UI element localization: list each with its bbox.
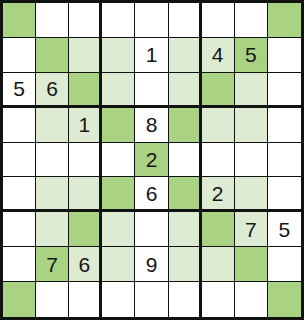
cell-r8c4[interactable] (102, 247, 135, 282)
cell-r4c4[interactable] (102, 108, 135, 143)
cell-r7c2[interactable] (36, 212, 69, 247)
cell-r4c8[interactable] (235, 108, 268, 143)
cell-r3c2[interactable]: 6 (36, 73, 69, 108)
cell-r2c8[interactable]: 5 (235, 38, 268, 73)
cell-r3c6[interactable] (169, 73, 202, 108)
cell-r7c5[interactable] (135, 212, 168, 247)
cell-r1c9[interactable] (268, 3, 301, 38)
cell-r2c3[interactable] (69, 38, 102, 73)
cell-r9c8[interactable] (235, 282, 268, 317)
cell-r4c1[interactable] (3, 108, 36, 143)
cell-r2c7[interactable]: 4 (202, 38, 235, 73)
cell-r8c2[interactable]: 7 (36, 247, 69, 282)
cell-r8c8[interactable] (235, 247, 268, 282)
cell-r7c9[interactable]: 5 (268, 212, 301, 247)
cell-r3c5[interactable] (135, 73, 168, 108)
cell-r5c1[interactable] (3, 143, 36, 178)
cell-r9c7[interactable] (202, 282, 235, 317)
cell-r6c5[interactable]: 6 (135, 177, 168, 212)
cell-r8c1[interactable] (3, 247, 36, 282)
cell-r2c1[interactable] (3, 38, 36, 73)
cell-r3c3[interactable] (69, 73, 102, 108)
cell-r3c9[interactable] (268, 73, 301, 108)
cell-r3c1[interactable]: 5 (3, 73, 36, 108)
cell-r5c2[interactable] (36, 143, 69, 178)
cell-r8c7[interactable] (202, 247, 235, 282)
cell-r6c1[interactable] (3, 177, 36, 212)
cell-r7c6[interactable] (169, 212, 202, 247)
cell-r7c8[interactable]: 7 (235, 212, 268, 247)
cell-r9c2[interactable] (36, 282, 69, 317)
cell-r1c5[interactable] (135, 3, 168, 38)
cell-r7c1[interactable] (3, 212, 36, 247)
cell-r6c2[interactable] (36, 177, 69, 212)
cell-r1c7[interactable] (202, 3, 235, 38)
cell-r1c1[interactable] (3, 3, 36, 38)
cell-r2c9[interactable] (268, 38, 301, 73)
cell-r4c9[interactable] (268, 108, 301, 143)
cell-r4c6[interactable] (169, 108, 202, 143)
cell-r3c4[interactable] (102, 73, 135, 108)
cell-r5c9[interactable] (268, 143, 301, 178)
cell-r8c5[interactable]: 9 (135, 247, 168, 282)
cell-r6c4[interactable] (102, 177, 135, 212)
cell-r2c6[interactable] (169, 38, 202, 73)
cell-r5c7[interactable] (202, 143, 235, 178)
cell-r5c8[interactable] (235, 143, 268, 178)
cell-r5c5[interactable]: 2 (135, 143, 168, 178)
cell-r9c9[interactable] (268, 282, 301, 317)
cell-r7c3[interactable] (69, 212, 102, 247)
cell-r6c8[interactable] (235, 177, 268, 212)
cell-r6c7[interactable]: 2 (202, 177, 235, 212)
cell-r5c4[interactable] (102, 143, 135, 178)
cell-r6c6[interactable] (169, 177, 202, 212)
cell-r4c3[interactable]: 1 (69, 108, 102, 143)
cell-r5c3[interactable] (69, 143, 102, 178)
cell-r5c6[interactable] (169, 143, 202, 178)
cell-r8c6[interactable] (169, 247, 202, 282)
cell-r1c4[interactable] (102, 3, 135, 38)
cell-r1c6[interactable] (169, 3, 202, 38)
cell-r3c8[interactable] (235, 73, 268, 108)
cell-r3c7[interactable] (202, 73, 235, 108)
cell-r1c2[interactable] (36, 3, 69, 38)
cell-r8c9[interactable] (268, 247, 301, 282)
sudoku-board: 145561826275769 (0, 0, 304, 320)
cell-r9c4[interactable] (102, 282, 135, 317)
cell-r9c5[interactable] (135, 282, 168, 317)
cell-r9c6[interactable] (169, 282, 202, 317)
cell-r2c4[interactable] (102, 38, 135, 73)
cell-r1c8[interactable] (235, 3, 268, 38)
cell-r7c7[interactable] (202, 212, 235, 247)
cell-r4c2[interactable] (36, 108, 69, 143)
cell-r8c3[interactable]: 6 (69, 247, 102, 282)
cell-r6c3[interactable] (69, 177, 102, 212)
cell-r7c4[interactable] (102, 212, 135, 247)
cell-r9c3[interactable] (69, 282, 102, 317)
cell-r1c3[interactable] (69, 3, 102, 38)
cell-r2c5[interactable]: 1 (135, 38, 168, 73)
cell-r2c2[interactable] (36, 38, 69, 73)
cell-r9c1[interactable] (3, 282, 36, 317)
cell-r4c7[interactable] (202, 108, 235, 143)
cell-r6c9[interactable] (268, 177, 301, 212)
cell-r4c5[interactable]: 8 (135, 108, 168, 143)
